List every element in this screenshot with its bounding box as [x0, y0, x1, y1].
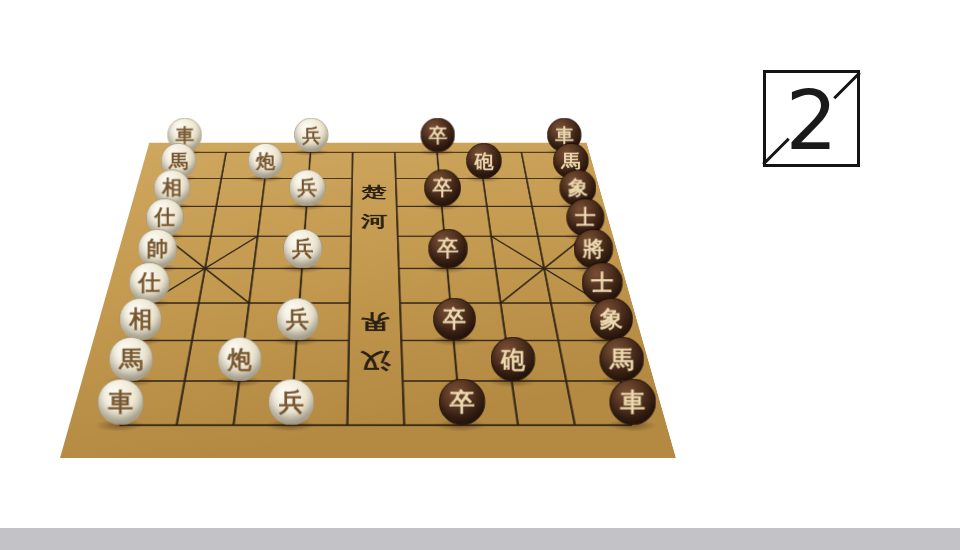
- brown-cannon[interactable]: 砲: [490, 336, 533, 381]
- white-soldier[interactable]: 兵: [283, 229, 321, 269]
- board-intersection: 卒: [426, 321, 482, 360]
- brown-soldier[interactable]: 卒: [424, 169, 459, 206]
- brown-chariot[interactable]: 車: [610, 379, 655, 426]
- piece-disc: 卒: [433, 298, 476, 341]
- board-intersection: 兵: [288, 140, 332, 165]
- footer-bar: [0, 528, 960, 550]
- brown-soldier[interactable]: 卒: [433, 298, 474, 341]
- piece-disc: 卒: [439, 379, 486, 426]
- step-number: 2: [766, 73, 857, 164]
- white-cannon[interactable]: 炮: [248, 143, 282, 179]
- piece-disc: 車: [97, 379, 144, 426]
- piece-disc: 兵: [283, 229, 323, 269]
- brown-elephant[interactable]: 象: [590, 298, 631, 341]
- board-intersection: 砲: [482, 360, 543, 402]
- white-soldier[interactable]: 兵: [289, 169, 324, 206]
- board-intersection: 兵: [260, 403, 320, 449]
- white-elephant[interactable]: 相: [119, 298, 160, 341]
- page: 楚 河 界 汉 車馬相仕帥仕相馬車炮炮兵兵兵兵兵卒卒卒卒卒砲砲車馬象士將士象馬車…: [0, 0, 960, 550]
- piece-disc: 兵: [268, 379, 315, 426]
- board-intersection: 卒: [418, 192, 466, 221]
- step-badge: 2: [763, 70, 860, 167]
- piece-disc: 兵: [294, 118, 329, 153]
- piece-disc: 象: [590, 298, 633, 341]
- brown-soldier[interactable]: 卒: [428, 229, 466, 269]
- piece-disc: 砲: [490, 336, 535, 381]
- piece-disc: 兵: [289, 169, 326, 206]
- board-intersection: 卒: [422, 252, 473, 285]
- piece-disc: 車: [610, 379, 657, 426]
- white-soldier[interactable]: 兵: [268, 379, 313, 426]
- brown-soldier[interactable]: 卒: [439, 379, 484, 426]
- white-horse[interactable]: 馬: [109, 336, 152, 381]
- brown-horse[interactable]: 馬: [599, 336, 642, 381]
- xiangqi-board: 楚 河 界 汉 車馬相仕帥仕相馬車炮炮兵兵兵兵兵卒卒卒卒卒砲砲車馬象士將士象馬車: [60, 143, 676, 458]
- white-soldier[interactable]: 兵: [276, 298, 317, 341]
- board-intersection: 兵: [276, 252, 327, 285]
- white-cannon[interactable]: 炮: [218, 336, 261, 381]
- piece-disc: 炮: [218, 336, 263, 381]
- board-intersection: 兵: [269, 321, 324, 360]
- brown-cannon[interactable]: 砲: [466, 143, 500, 179]
- piece-disc: 卒: [420, 118, 455, 153]
- white-soldier[interactable]: 兵: [294, 118, 327, 153]
- piece-disc: 相: [119, 298, 162, 341]
- piece-disc: 兵: [276, 298, 319, 341]
- piece-disc: 馬: [599, 336, 644, 381]
- board-intersection: 卒: [415, 140, 459, 165]
- piece-disc: 馬: [109, 336, 154, 381]
- piece-disc: 卒: [428, 229, 468, 269]
- piece-disc: 砲: [466, 143, 502, 179]
- board-intersection: 炮: [209, 360, 269, 402]
- board-intersection: 炮: [241, 165, 288, 192]
- piece-grid: 車馬相仕帥仕相馬車炮炮兵兵兵兵兵卒卒卒卒卒砲砲車馬象士將士象馬車: [85, 140, 667, 449]
- board-intersection: 兵: [283, 192, 330, 221]
- board-intersection: 卒: [431, 403, 492, 449]
- board-intersection: 砲: [460, 165, 507, 192]
- white-chariot[interactable]: 車: [97, 379, 142, 426]
- brown-soldier[interactable]: 卒: [420, 118, 453, 153]
- piece-disc: 炮: [248, 143, 284, 179]
- piece-disc: 卒: [424, 169, 461, 206]
